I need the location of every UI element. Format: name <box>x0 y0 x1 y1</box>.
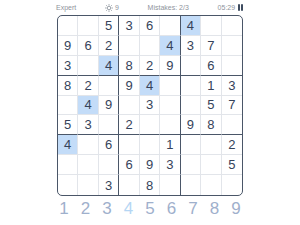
timer-value: 05:29 <box>218 4 236 11</box>
cell-r2c1[interactable]: 9 <box>58 36 78 56</box>
numpad-4[interactable]: 4 <box>122 200 136 217</box>
cell-r6c7[interactable]: 9 <box>181 115 201 135</box>
cell-r8c8[interactable] <box>201 155 221 175</box>
cell-r4c7[interactable] <box>181 76 201 96</box>
cell-r5c5[interactable]: 3 <box>140 96 160 116</box>
numpad-6[interactable]: 6 <box>165 200 179 217</box>
cell-r8c1[interactable] <box>58 155 78 175</box>
cell-r3c6[interactable]: 9 <box>160 56 180 76</box>
cell-r6c4[interactable]: 2 <box>119 115 139 135</box>
numpad: 123456789 <box>57 197 243 219</box>
cell-r5c6[interactable] <box>160 96 180 116</box>
cell-r4c4[interactable]: 9 <box>119 76 139 96</box>
cell-r1c7[interactable]: 4 <box>181 16 201 36</box>
cell-r3c3[interactable]: 4 <box>99 56 119 76</box>
cell-r7c4[interactable] <box>119 135 139 155</box>
cell-r6c5[interactable] <box>140 115 160 135</box>
top-bar: Expert 9 Mistakes: 2/3 05:29 <box>56 2 243 13</box>
cell-r3c2[interactable] <box>78 56 98 76</box>
cell-r5c3[interactable]: 9 <box>99 96 119 116</box>
cell-r7c8[interactable] <box>201 135 221 155</box>
cell-r8c4[interactable]: 6 <box>119 155 139 175</box>
cell-r1c3[interactable]: 5 <box>99 16 119 36</box>
cell-r2c5[interactable] <box>140 36 160 56</box>
cell-r8c2[interactable] <box>78 155 98 175</box>
cell-r6c6[interactable] <box>160 115 180 135</box>
cell-r6c8[interactable]: 8 <box>201 115 221 135</box>
cell-r9c2[interactable] <box>78 175 98 195</box>
cell-r2c2[interactable]: 6 <box>78 36 98 56</box>
cell-r8c7[interactable] <box>181 155 201 175</box>
cell-r4c3[interactable] <box>99 76 119 96</box>
cell-r7c6[interactable]: 1 <box>160 135 180 155</box>
cell-r7c9[interactable]: 2 <box>222 135 242 155</box>
star-burst-icon <box>105 4 113 12</box>
cell-r9c7[interactable] <box>181 175 201 195</box>
cell-r3c7[interactable] <box>181 56 201 76</box>
cell-r1c9[interactable] <box>222 16 242 36</box>
cell-r9c4[interactable] <box>119 175 139 195</box>
cell-r9c1[interactable] <box>58 175 78 195</box>
cell-r2c7[interactable]: 3 <box>181 36 201 56</box>
cell-r8c5[interactable]: 9 <box>140 155 160 175</box>
cell-r5c2[interactable]: 4 <box>78 96 98 116</box>
score-indicator: 9 <box>105 4 119 12</box>
cell-r7c1[interactable]: 4 <box>58 135 78 155</box>
cell-r6c2[interactable]: 3 <box>78 115 98 135</box>
cell-r3c1[interactable]: 3 <box>58 56 78 76</box>
cell-r1c2[interactable] <box>78 16 98 36</box>
cell-r6c1[interactable]: 5 <box>58 115 78 135</box>
cell-r6c9[interactable] <box>222 115 242 135</box>
cell-r7c7[interactable] <box>181 135 201 155</box>
cell-r1c8[interactable] <box>201 16 221 36</box>
cell-r7c2[interactable] <box>78 135 98 155</box>
cell-r5c8[interactable]: 5 <box>201 96 221 116</box>
cell-r4c5[interactable]: 4 <box>140 76 160 96</box>
cell-r2c9[interactable] <box>222 36 242 56</box>
cell-r4c9[interactable]: 3 <box>222 76 242 96</box>
cell-r2c4[interactable] <box>119 36 139 56</box>
cell-r1c5[interactable]: 6 <box>140 16 160 36</box>
cell-r4c1[interactable]: 8 <box>58 76 78 96</box>
cell-r5c1[interactable] <box>58 96 78 116</box>
cell-r8c6[interactable]: 3 <box>160 155 180 175</box>
pause-button[interactable] <box>238 4 243 11</box>
cell-r3c4[interactable]: 8 <box>119 56 139 76</box>
cell-r2c8[interactable]: 7 <box>201 36 221 56</box>
cell-r3c9[interactable] <box>222 56 242 76</box>
cell-r5c9[interactable]: 7 <box>222 96 242 116</box>
cell-r2c3[interactable]: 2 <box>99 36 119 56</box>
cell-r4c6[interactable] <box>160 76 180 96</box>
numpad-5[interactable]: 5 <box>143 200 157 217</box>
cell-r9c6[interactable] <box>160 175 180 195</box>
cell-r7c3[interactable]: 6 <box>99 135 119 155</box>
cell-r4c2[interactable]: 2 <box>78 76 98 96</box>
cell-r8c3[interactable] <box>99 155 119 175</box>
cell-r8c9[interactable]: 5 <box>222 155 242 175</box>
cell-r5c4[interactable] <box>119 96 139 116</box>
cell-r2c6[interactable]: 4 <box>160 36 180 56</box>
cell-r4c8[interactable]: 1 <box>201 76 221 96</box>
cell-r6c3[interactable] <box>99 115 119 135</box>
cell-r3c5[interactable]: 2 <box>140 56 160 76</box>
numpad-2[interactable]: 2 <box>79 200 93 217</box>
cell-r3c8[interactable]: 6 <box>201 56 221 76</box>
cell-r1c6[interactable] <box>160 16 180 36</box>
numpad-9[interactable]: 9 <box>229 200 243 217</box>
mistakes-label: Mistakes: 2/3 <box>148 4 189 11</box>
numpad-3[interactable]: 3 <box>100 200 114 217</box>
numpad-8[interactable]: 8 <box>208 200 222 217</box>
timer: 05:29 <box>218 4 243 11</box>
cell-r9c9[interactable] <box>222 175 242 195</box>
numpad-7[interactable]: 7 <box>186 200 200 217</box>
cell-r1c4[interactable]: 3 <box>119 16 139 36</box>
sudoku-board: 5364962437348296829413493575329846126935… <box>57 15 243 196</box>
cell-r7c5[interactable] <box>140 135 160 155</box>
cell-r5c7[interactable] <box>181 96 201 116</box>
cell-r9c5[interactable]: 8 <box>140 175 160 195</box>
sudoku-app: Expert 9 Mistakes: 2/3 05:29 53649624373… <box>0 0 300 225</box>
difficulty-label: Expert <box>56 4 76 11</box>
cell-r9c8[interactable] <box>201 175 221 195</box>
cell-r1c1[interactable] <box>58 16 78 36</box>
numpad-1[interactable]: 1 <box>57 200 71 217</box>
cell-r9c3[interactable]: 3 <box>99 175 119 195</box>
score-value: 9 <box>115 4 119 11</box>
